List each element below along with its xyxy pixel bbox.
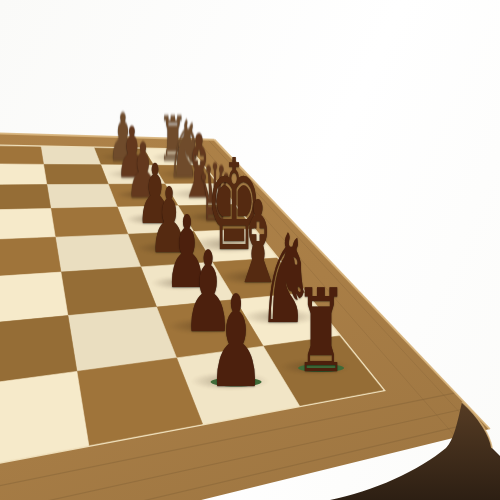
board-square-b7 — [101, 165, 165, 185]
board-square-e5 — [0, 237, 61, 278]
chess-set-photo: ♜♞♝♛♚♝♞♜♟♟♟♟♟♟♟♟ — [0, 0, 500, 500]
board-square-d5 — [0, 209, 55, 241]
board-square-c6 — [47, 184, 118, 208]
board-square-b6 — [44, 164, 109, 184]
board-square-c5 — [0, 185, 51, 211]
chess-board — [0, 0, 500, 500]
board-square-a6 — [41, 147, 101, 165]
board-square-e6 — [55, 234, 141, 272]
board-square-a7 — [94, 148, 154, 165]
board-square-b5 — [0, 164, 47, 185]
board-square-a5 — [0, 146, 44, 165]
board-square-d6 — [51, 207, 128, 237]
